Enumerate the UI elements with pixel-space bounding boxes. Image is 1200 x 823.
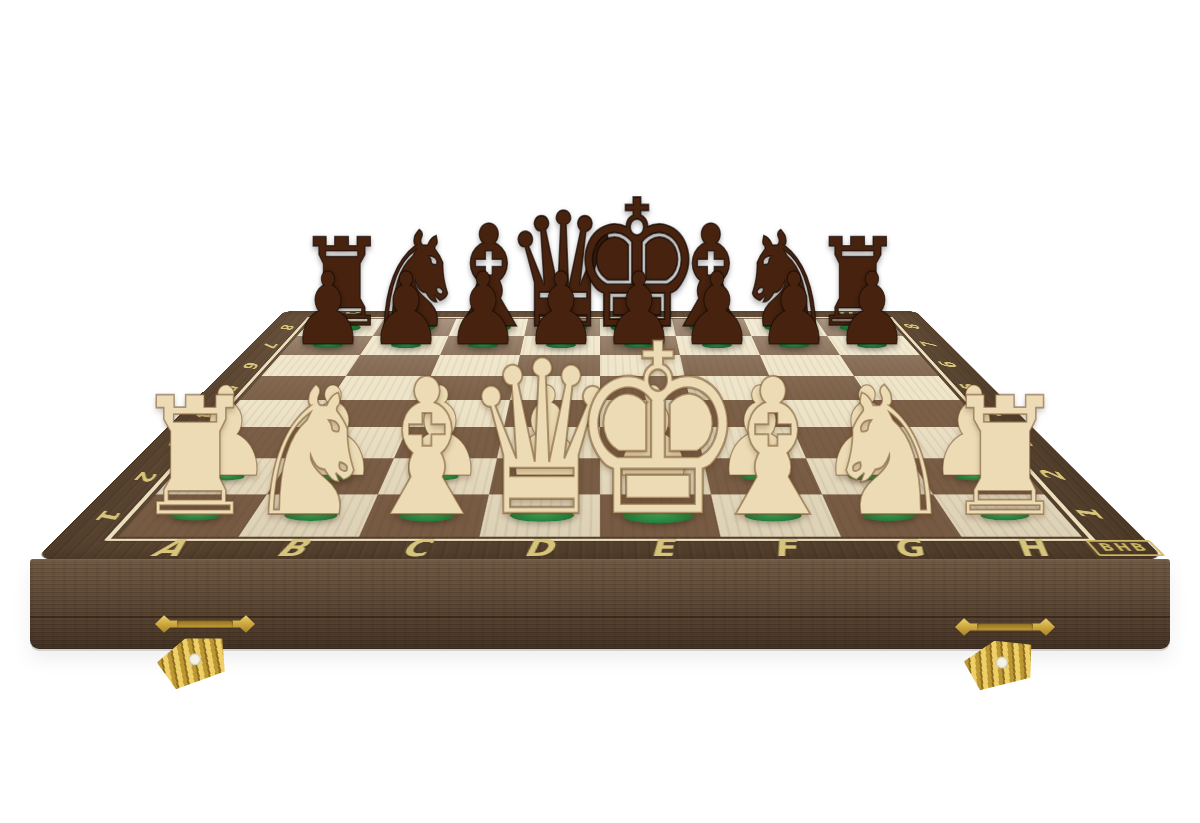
file-label-back-F: F — [699, 311, 714, 318]
file-label-back-H: H — [838, 311, 859, 318]
rank-label-right-6: 6 — [937, 362, 962, 368]
file-label-front-B: B — [272, 537, 312, 560]
chess-board: AABBCCDDEEFFGGHH1122334455667788 BHB — [34, 311, 1166, 561]
rank-label-left-8: 8 — [276, 324, 298, 329]
rank-label-left-5: 5 — [215, 384, 242, 391]
brass-latch-plate-right — [955, 616, 1055, 638]
coordinate-layer: AABBCCDDEEFFGGHH1122334455667788 — [34, 311, 1166, 561]
brass-latch-clasp-right — [959, 632, 1042, 695]
file-label-back-A: A — [341, 311, 361, 318]
file-label-back-C: C — [485, 311, 501, 318]
rank-label-right-2: 2 — [1037, 471, 1072, 482]
rank-label-right-7: 7 — [919, 342, 942, 348]
rank-label-right-5: 5 — [957, 384, 984, 391]
file-label-front-G: G — [887, 537, 929, 560]
brass-latch-clasp-left — [150, 626, 235, 695]
brand-logo-text: BHB — [1095, 541, 1153, 553]
file-label-front-D: D — [522, 537, 554, 560]
rank-label-left-6: 6 — [238, 362, 263, 368]
file-label-front-F: F — [769, 537, 801, 560]
box-front-edge — [30, 559, 1170, 649]
rank-label-right-1: 1 — [1072, 509, 1111, 521]
file-label-front-A: A — [146, 537, 192, 560]
file-label-back-D: D — [556, 311, 573, 318]
file-label-back-B: B — [413, 311, 431, 318]
scene: AABBCCDDEEFFGGHH1122334455667788 BHB ♜♞♝… — [0, 0, 1200, 823]
box-lid-seam — [30, 616, 1170, 618]
rank-label-left-2: 2 — [128, 471, 163, 482]
file-label-front-C: C — [398, 537, 432, 560]
file-label-front-E: E — [648, 537, 675, 560]
rank-label-left-3: 3 — [161, 438, 193, 447]
rank-label-right-4: 4 — [980, 409, 1009, 417]
rank-label-left-7: 7 — [258, 342, 281, 348]
rank-label-left-4: 4 — [190, 409, 219, 417]
rank-label-left-1: 1 — [89, 509, 128, 521]
rank-label-right-3: 3 — [1007, 438, 1039, 447]
file-label-back-G: G — [768, 311, 788, 318]
brand-logo: BHB — [1084, 540, 1166, 556]
file-label-back-E: E — [629, 311, 643, 318]
rank-label-right-8: 8 — [902, 324, 924, 329]
file-label-front-H: H — [1007, 537, 1055, 560]
